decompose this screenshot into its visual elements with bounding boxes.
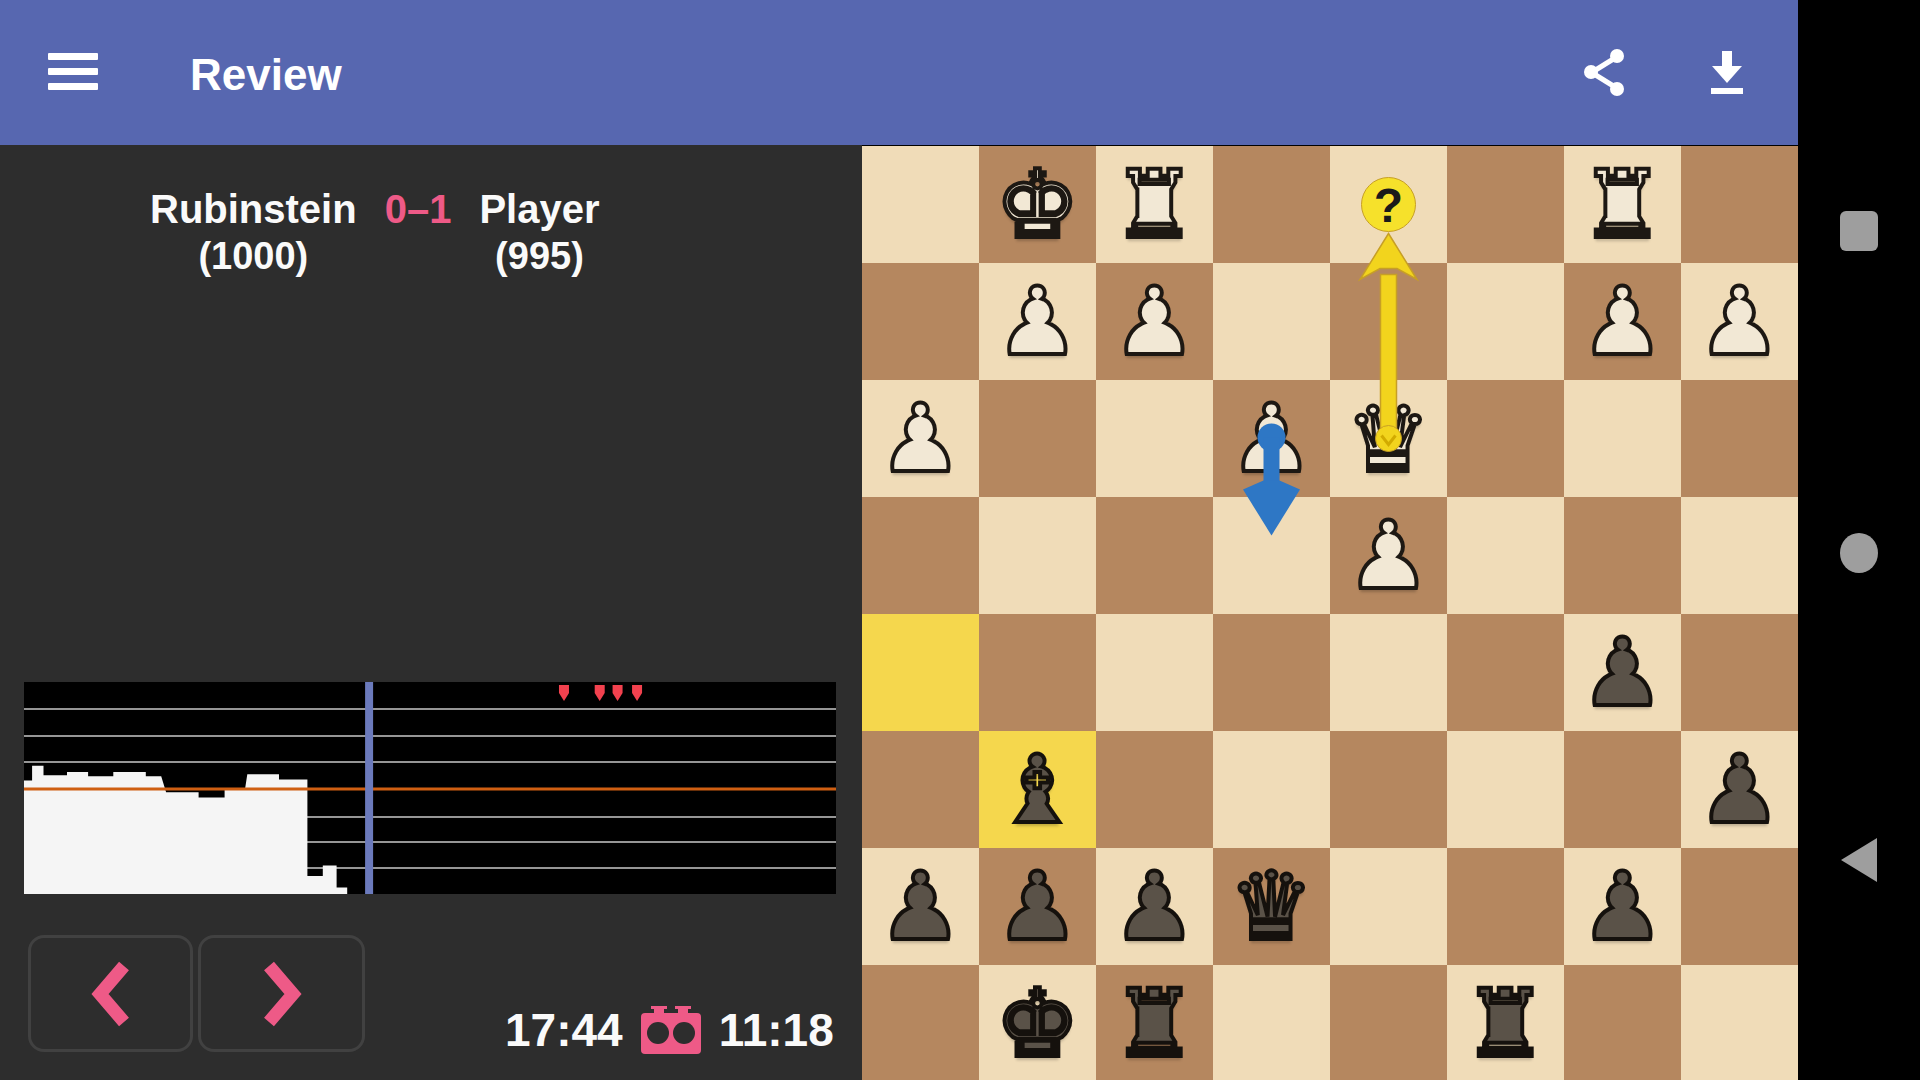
square-c6[interactable] (1447, 731, 1564, 848)
white-pawn: ♟ (1697, 263, 1781, 380)
square-b3[interactable] (1564, 380, 1681, 497)
square-h2[interactable] (862, 263, 979, 380)
square-f6[interactable] (1096, 731, 1213, 848)
white-pawn: ♟ (1346, 497, 1430, 614)
black-pawn: ♟ (1580, 848, 1664, 965)
black-player-rating: (995) (495, 233, 584, 279)
square-b6[interactable] (1564, 731, 1681, 848)
square-e4[interactable] (1213, 497, 1330, 614)
players-header: Rubinstein (1000) 0–1 Player (995) (150, 185, 600, 279)
black-king: ♚ (995, 965, 1079, 1080)
square-h5[interactable] (862, 614, 979, 731)
black-player: Player (995) (479, 185, 599, 279)
black-rook: ♜ (1463, 965, 1547, 1080)
black-player-name: Player (479, 185, 599, 233)
square-a6[interactable]: ♟ (1681, 731, 1798, 848)
square-g6[interactable]: ♝ (979, 731, 1096, 848)
evaluation-graph[interactable] (24, 682, 836, 894)
square-f2[interactable]: ♟ (1096, 263, 1213, 380)
square-g4[interactable] (979, 497, 1096, 614)
home-icon[interactable] (1839, 532, 1879, 574)
chess-board[interactable]: ♚♜♜♟♟♟♟♟♟♛♟♟♝♟♟♟♟♛♟♚♜♜ (862, 146, 1798, 1080)
white-pawn: ♟ (995, 263, 1079, 380)
download-icon[interactable] (1700, 45, 1754, 99)
black-pawn: ♟ (1112, 848, 1196, 965)
square-g7[interactable]: ♟ (979, 848, 1096, 965)
square-d7[interactable] (1330, 848, 1447, 965)
square-b2[interactable]: ♟ (1564, 263, 1681, 380)
square-f4[interactable] (1096, 497, 1213, 614)
square-a5[interactable] (1681, 614, 1798, 731)
square-c2[interactable] (1447, 263, 1564, 380)
black-pawn: ♟ (1580, 614, 1664, 731)
black-pawn: ♟ (1697, 731, 1781, 848)
previous-move-button[interactable] (28, 935, 193, 1052)
square-c5[interactable] (1447, 614, 1564, 731)
square-a2[interactable]: ♟ (1681, 263, 1798, 380)
square-h4[interactable] (862, 497, 979, 614)
white-queen: ♛ (1346, 380, 1430, 497)
black-pawn: ♟ (878, 848, 962, 965)
screen: Review Rubinstein (1000) 0–1 (0, 0, 1920, 1080)
white-rook: ♜ (1112, 146, 1196, 263)
current-move-cursor (365, 682, 373, 894)
white-rook: ♜ (1580, 146, 1664, 263)
white-player-rating: (1000) (198, 233, 308, 279)
square-e2[interactable] (1213, 263, 1330, 380)
black-pawn: ♟ (995, 848, 1079, 965)
app-bar: Review (0, 0, 1798, 145)
chevron-right-icon (262, 961, 302, 1027)
square-g3[interactable] (979, 380, 1096, 497)
android-navigation-bar (1798, 0, 1920, 1080)
square-e1[interactable] (1213, 146, 1330, 263)
square-b5[interactable]: ♟ (1564, 614, 1681, 731)
share-icon[interactable] (1578, 45, 1632, 99)
square-d1[interactable] (1330, 146, 1447, 263)
black-clock: 11:18 (719, 1003, 834, 1057)
square-d3[interactable]: ♛ (1330, 380, 1447, 497)
chevron-left-icon (91, 961, 131, 1027)
square-e3[interactable]: ♟ (1213, 380, 1330, 497)
square-f5[interactable] (1096, 614, 1213, 731)
square-c7[interactable] (1447, 848, 1564, 965)
white-player: Rubinstein (1000) (150, 185, 357, 279)
square-c1[interactable] (1447, 146, 1564, 263)
square-f7[interactable]: ♟ (1096, 848, 1213, 965)
square-a1[interactable] (1681, 146, 1798, 263)
white-pawn: ♟ (1112, 263, 1196, 380)
hamburger-menu-icon[interactable] (48, 53, 98, 92)
square-d4[interactable]: ♟ (1330, 497, 1447, 614)
back-icon[interactable] (1839, 838, 1879, 882)
black-bishop: ♝ (995, 731, 1079, 848)
square-d8[interactable] (1330, 965, 1447, 1080)
clock-display: 17:44 11:18 (505, 1003, 845, 1057)
square-h3[interactable]: ♟ (862, 380, 979, 497)
square-a8[interactable] (1681, 965, 1798, 1080)
square-e5[interactable] (1213, 614, 1330, 731)
square-e6[interactable] (1213, 731, 1330, 848)
chess-clock-icon (641, 1006, 701, 1054)
white-king: ♚ (995, 146, 1079, 263)
square-b1[interactable]: ♜ (1564, 146, 1681, 263)
square-g5[interactable] (979, 614, 1096, 731)
square-g1[interactable]: ♚ (979, 146, 1096, 263)
square-h1[interactable] (862, 146, 979, 263)
square-f8[interactable]: ♜ (1096, 965, 1213, 1080)
white-pawn: ♟ (1229, 380, 1313, 497)
white-pawn: ♟ (878, 380, 962, 497)
square-e7[interactable]: ♛ (1213, 848, 1330, 965)
square-d5[interactable] (1330, 614, 1447, 731)
black-rook: ♜ (1112, 965, 1196, 1080)
next-move-button[interactable] (198, 935, 365, 1052)
square-e8[interactable] (1213, 965, 1330, 1080)
white-player-name: Rubinstein (150, 185, 357, 233)
square-c4[interactable] (1447, 497, 1564, 614)
black-queen: ♛ (1229, 848, 1313, 965)
square-b7[interactable]: ♟ (1564, 848, 1681, 965)
square-d6[interactable] (1330, 731, 1447, 848)
square-c8[interactable]: ♜ (1447, 965, 1564, 1080)
square-b8[interactable] (1564, 965, 1681, 1080)
square-a4[interactable] (1681, 497, 1798, 614)
square-b4[interactable] (1564, 497, 1681, 614)
square-g8[interactable]: ♚ (979, 965, 1096, 1080)
square-h7[interactable]: ♟ (862, 848, 979, 965)
square-a7[interactable] (1681, 848, 1798, 965)
recent-apps-icon[interactable] (1839, 210, 1879, 252)
square-c3[interactable] (1447, 380, 1564, 497)
square-h6[interactable] (862, 731, 979, 848)
square-d2[interactable] (1330, 263, 1447, 380)
review-panel: Rubinstein (1000) 0–1 Player (995) 17:44 (0, 145, 862, 1080)
square-a3[interactable] (1681, 380, 1798, 497)
page-title: Review (190, 50, 342, 100)
square-f3[interactable] (1096, 380, 1213, 497)
game-result: 0–1 (385, 185, 452, 233)
white-pawn: ♟ (1580, 263, 1664, 380)
evaluation-graph-canvas (24, 682, 836, 894)
white-clock: 17:44 (505, 1003, 623, 1057)
square-g2[interactable]: ♟ (979, 263, 1096, 380)
square-f1[interactable]: ♜ (1096, 146, 1213, 263)
square-h8[interactable] (862, 965, 979, 1080)
